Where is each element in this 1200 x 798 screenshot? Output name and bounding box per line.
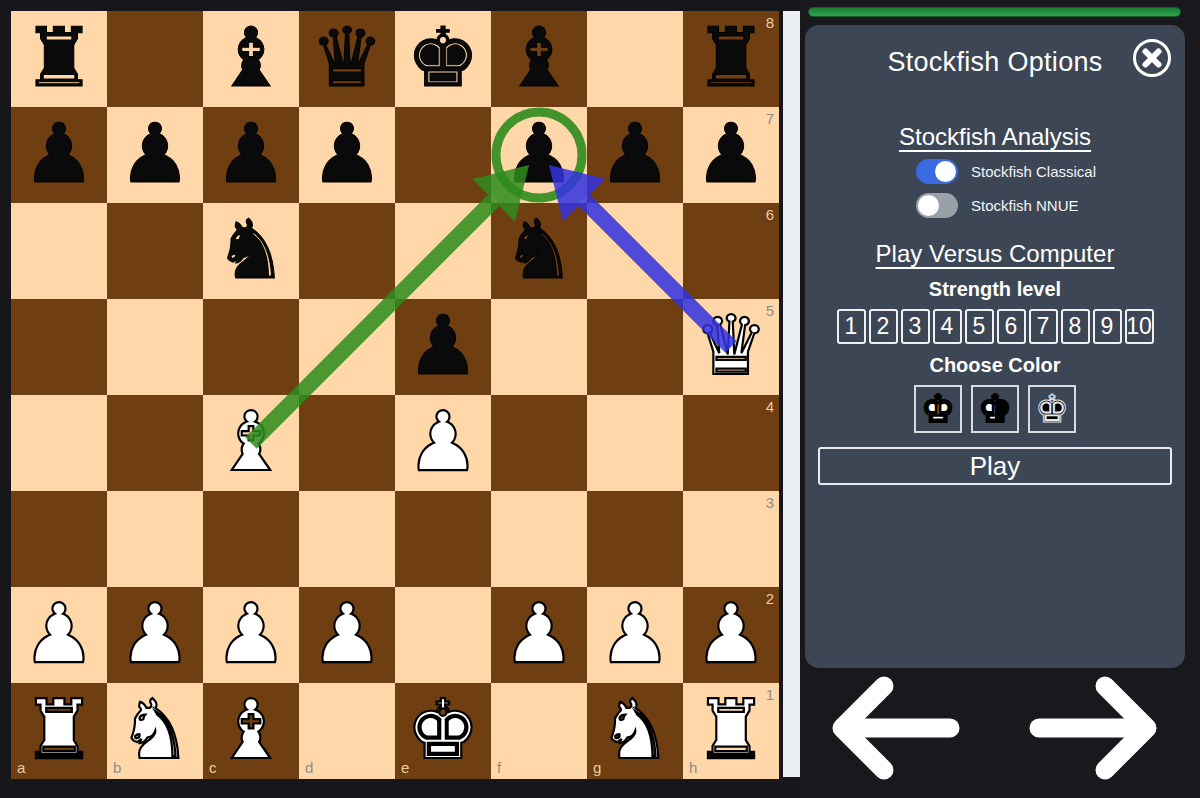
analysis-toggles: Stockfish ClassicalStockfish NNUE xyxy=(805,159,1185,218)
piece-white-queen[interactable]: ♛ xyxy=(683,299,779,395)
square-h5[interactable]: 5♛ xyxy=(683,299,779,395)
piece-black-pawn[interactable]: ♟ xyxy=(299,107,395,203)
stockfish-options-panel: Stockfish Options Stockfish Analysis Sto… xyxy=(805,25,1185,668)
square-f6[interactable]: ♞ xyxy=(491,203,587,299)
piece-black-queen[interactable]: ♛ xyxy=(299,11,395,107)
piece-black-knight[interactable]: ♞ xyxy=(491,203,587,299)
square-b1[interactable]: b♞ xyxy=(107,683,203,779)
square-h7[interactable]: 7♟ xyxy=(683,107,779,203)
white-king-icon: ♚ xyxy=(916,387,960,431)
piece-black-pawn[interactable]: ♟ xyxy=(587,107,683,203)
piece-white-pawn[interactable]: ♟ xyxy=(683,587,779,683)
piece-white-knight[interactable]: ♞ xyxy=(587,683,683,779)
choose-color-label: Choose Color xyxy=(805,354,1185,377)
strength-level-8[interactable]: 8 xyxy=(1061,309,1090,344)
board-area: ♜♝♛♚♝8♜♟♟♟♟♟♟7♟♞♞6♟5♛♝♟43♟♟♟♟♟♟2♟a♜b♞c♝d… xyxy=(0,0,800,798)
square-d8[interactable]: ♛ xyxy=(299,11,395,107)
piece-white-rook[interactable]: ♜ xyxy=(11,683,107,779)
back-arrow-icon[interactable] xyxy=(842,686,950,770)
toggle-row-1: Stockfish NNUE xyxy=(916,193,1185,218)
piece-white-pawn[interactable]: ♟ xyxy=(587,587,683,683)
square-e6[interactable] xyxy=(395,203,491,299)
piece-white-bishop[interactable]: ♝ xyxy=(203,395,299,491)
piece-white-pawn[interactable]: ♟ xyxy=(203,587,299,683)
rank-label-4: 4 xyxy=(766,398,774,415)
square-b2[interactable]: ♟ xyxy=(107,587,203,683)
square-a1[interactable]: a♜ xyxy=(11,683,107,779)
forward-arrow-icon[interactable] xyxy=(1039,686,1147,770)
strength-level-7[interactable]: 7 xyxy=(1029,309,1058,344)
square-d5[interactable] xyxy=(299,299,395,395)
strength-level-9[interactable]: 9 xyxy=(1093,309,1122,344)
piece-white-king[interactable]: ♚ xyxy=(395,683,491,779)
square-h1[interactable]: 1h♜ xyxy=(683,683,779,779)
piece-white-pawn[interactable]: ♟ xyxy=(395,395,491,491)
piece-white-bishop[interactable]: ♝ xyxy=(203,683,299,779)
piece-black-king[interactable]: ♚ xyxy=(395,11,491,107)
square-c1[interactable]: c♝ xyxy=(203,683,299,779)
square-b5[interactable] xyxy=(107,299,203,395)
piece-black-knight[interactable]: ♞ xyxy=(203,203,299,299)
square-f5[interactable] xyxy=(491,299,587,395)
square-c5[interactable] xyxy=(203,299,299,395)
square-d7[interactable]: ♟ xyxy=(299,107,395,203)
square-d1[interactable]: d xyxy=(299,683,395,779)
play-as-random-button[interactable]: ♚♚ xyxy=(971,385,1019,433)
play-as-white-button[interactable]: ♚ xyxy=(914,385,962,433)
piece-white-pawn[interactable]: ♟ xyxy=(299,587,395,683)
right-pane: Stockfish Options Stockfish Analysis Sto… xyxy=(800,0,1200,798)
square-g6[interactable] xyxy=(587,203,683,299)
square-a7[interactable]: ♟ xyxy=(11,107,107,203)
square-h2[interactable]: 2♟ xyxy=(683,587,779,683)
strength-level-6[interactable]: 6 xyxy=(997,309,1026,344)
piece-black-pawn[interactable]: ♟ xyxy=(107,107,203,203)
engine-progress-bar xyxy=(808,7,1181,17)
piece-black-pawn[interactable]: ♟ xyxy=(395,299,491,395)
piece-black-pawn[interactable]: ♟ xyxy=(203,107,299,203)
square-g1[interactable]: g♞ xyxy=(587,683,683,779)
toggle-knob xyxy=(935,161,956,182)
square-g2[interactable]: ♟ xyxy=(587,587,683,683)
square-c8[interactable]: ♝ xyxy=(203,11,299,107)
toggle-stockfish-nnue[interactable] xyxy=(916,193,958,218)
toggle-label: Stockfish NNUE xyxy=(971,197,1079,214)
black-king-icon: ♚ xyxy=(1030,387,1074,431)
square-a4[interactable] xyxy=(11,395,107,491)
square-b7[interactable]: ♟ xyxy=(107,107,203,203)
square-a5[interactable] xyxy=(11,299,107,395)
color-selector: ♚♚♚♚ xyxy=(805,385,1185,433)
strength-level-label: Strength level xyxy=(805,278,1185,301)
square-g7[interactable]: ♟ xyxy=(587,107,683,203)
panel-title: Stockfish Options xyxy=(805,25,1185,78)
piece-black-rook[interactable]: ♜ xyxy=(11,11,107,107)
strength-level-4[interactable]: 4 xyxy=(933,309,962,344)
square-a8[interactable]: ♜ xyxy=(11,11,107,107)
strength-level-selector: 12345678910 xyxy=(805,309,1185,344)
toggle-label: Stockfish Classical xyxy=(971,163,1096,180)
square-e8[interactable]: ♚ xyxy=(395,11,491,107)
rank-label-3: 3 xyxy=(766,494,774,511)
strength-level-2[interactable]: 2 xyxy=(869,309,898,344)
square-e5[interactable]: ♟ xyxy=(395,299,491,395)
square-g3[interactable] xyxy=(587,491,683,587)
play-button[interactable]: Play xyxy=(818,447,1172,485)
square-e3[interactable] xyxy=(395,491,491,587)
strength-level-5[interactable]: 5 xyxy=(965,309,994,344)
square-c7[interactable]: ♟ xyxy=(203,107,299,203)
square-h4[interactable]: 4 xyxy=(683,395,779,491)
strength-level-3[interactable]: 3 xyxy=(901,309,930,344)
square-c3[interactable] xyxy=(203,491,299,587)
toggle-knob xyxy=(918,195,939,216)
square-c2[interactable]: ♟ xyxy=(203,587,299,683)
square-a6[interactable] xyxy=(11,203,107,299)
toggle-stockfish-classical[interactable] xyxy=(916,159,958,184)
square-a2[interactable]: ♟ xyxy=(11,587,107,683)
square-g4[interactable] xyxy=(587,395,683,491)
piece-black-pawn[interactable]: ♟ xyxy=(683,107,779,203)
toggle-row-0: Stockfish Classical xyxy=(916,159,1185,184)
play-as-black-button[interactable]: ♚ xyxy=(1028,385,1076,433)
file-label-f: f xyxy=(497,759,501,776)
square-c6[interactable]: ♞ xyxy=(203,203,299,299)
close-icon[interactable] xyxy=(1131,37,1173,79)
file-label-d: d xyxy=(305,759,313,776)
square-b3[interactable] xyxy=(107,491,203,587)
board-panel-divider-scrollbar[interactable] xyxy=(783,11,800,777)
square-e4[interactable]: ♟ xyxy=(395,395,491,491)
piece-black-bishop[interactable]: ♝ xyxy=(491,11,587,107)
strength-level-10[interactable]: 10 xyxy=(1125,309,1154,344)
square-e1[interactable]: e♚ xyxy=(395,683,491,779)
square-b4[interactable] xyxy=(107,395,203,491)
versus-heading: Play Versus Computer xyxy=(805,240,1185,268)
square-b6[interactable] xyxy=(107,203,203,299)
piece-white-knight[interactable]: ♞ xyxy=(107,683,203,779)
analysis-heading: Stockfish Analysis xyxy=(805,123,1185,151)
piece-black-bishop[interactable]: ♝ xyxy=(203,11,299,107)
piece-white-pawn[interactable]: ♟ xyxy=(107,587,203,683)
square-d6[interactable] xyxy=(299,203,395,299)
square-f2[interactable]: ♟ xyxy=(491,587,587,683)
square-e7[interactable] xyxy=(395,107,491,203)
square-f8[interactable]: ♝ xyxy=(491,11,587,107)
square-g5[interactable] xyxy=(587,299,683,395)
square-f3[interactable] xyxy=(491,491,587,587)
square-c4[interactable]: ♝ xyxy=(203,395,299,491)
square-f1[interactable]: f xyxy=(491,683,587,779)
chess-board[interactable]: ♜♝♛♚♝8♜♟♟♟♟♟♟7♟♞♞6♟5♛♝♟43♟♟♟♟♟♟2♟a♜b♞c♝d… xyxy=(11,11,779,779)
rank-label-6: 6 xyxy=(766,206,774,223)
square-f4[interactable] xyxy=(491,395,587,491)
square-d2[interactable]: ♟ xyxy=(299,587,395,683)
square-g8[interactable] xyxy=(587,11,683,107)
square-d4[interactable] xyxy=(299,395,395,491)
piece-black-rook[interactable]: ♜ xyxy=(683,11,779,107)
square-h3[interactable]: 3 xyxy=(683,491,779,587)
square-b8[interactable] xyxy=(107,11,203,107)
square-a3[interactable] xyxy=(11,491,107,587)
piece-white-pawn[interactable]: ♟ xyxy=(491,587,587,683)
square-d3[interactable] xyxy=(299,491,395,587)
square-h6[interactable]: 6 xyxy=(683,203,779,299)
strength-level-1[interactable]: 1 xyxy=(837,309,866,344)
piece-black-pawn[interactable]: ♟ xyxy=(491,107,587,203)
square-e2[interactable] xyxy=(395,587,491,683)
piece-black-pawn[interactable]: ♟ xyxy=(11,107,107,203)
square-f7[interactable]: ♟ xyxy=(491,107,587,203)
piece-white-rook[interactable]: ♜ xyxy=(683,683,779,779)
square-h8[interactable]: 8♜ xyxy=(683,11,779,107)
nav-arrows xyxy=(800,673,1200,783)
piece-white-pawn[interactable]: ♟ xyxy=(11,587,107,683)
